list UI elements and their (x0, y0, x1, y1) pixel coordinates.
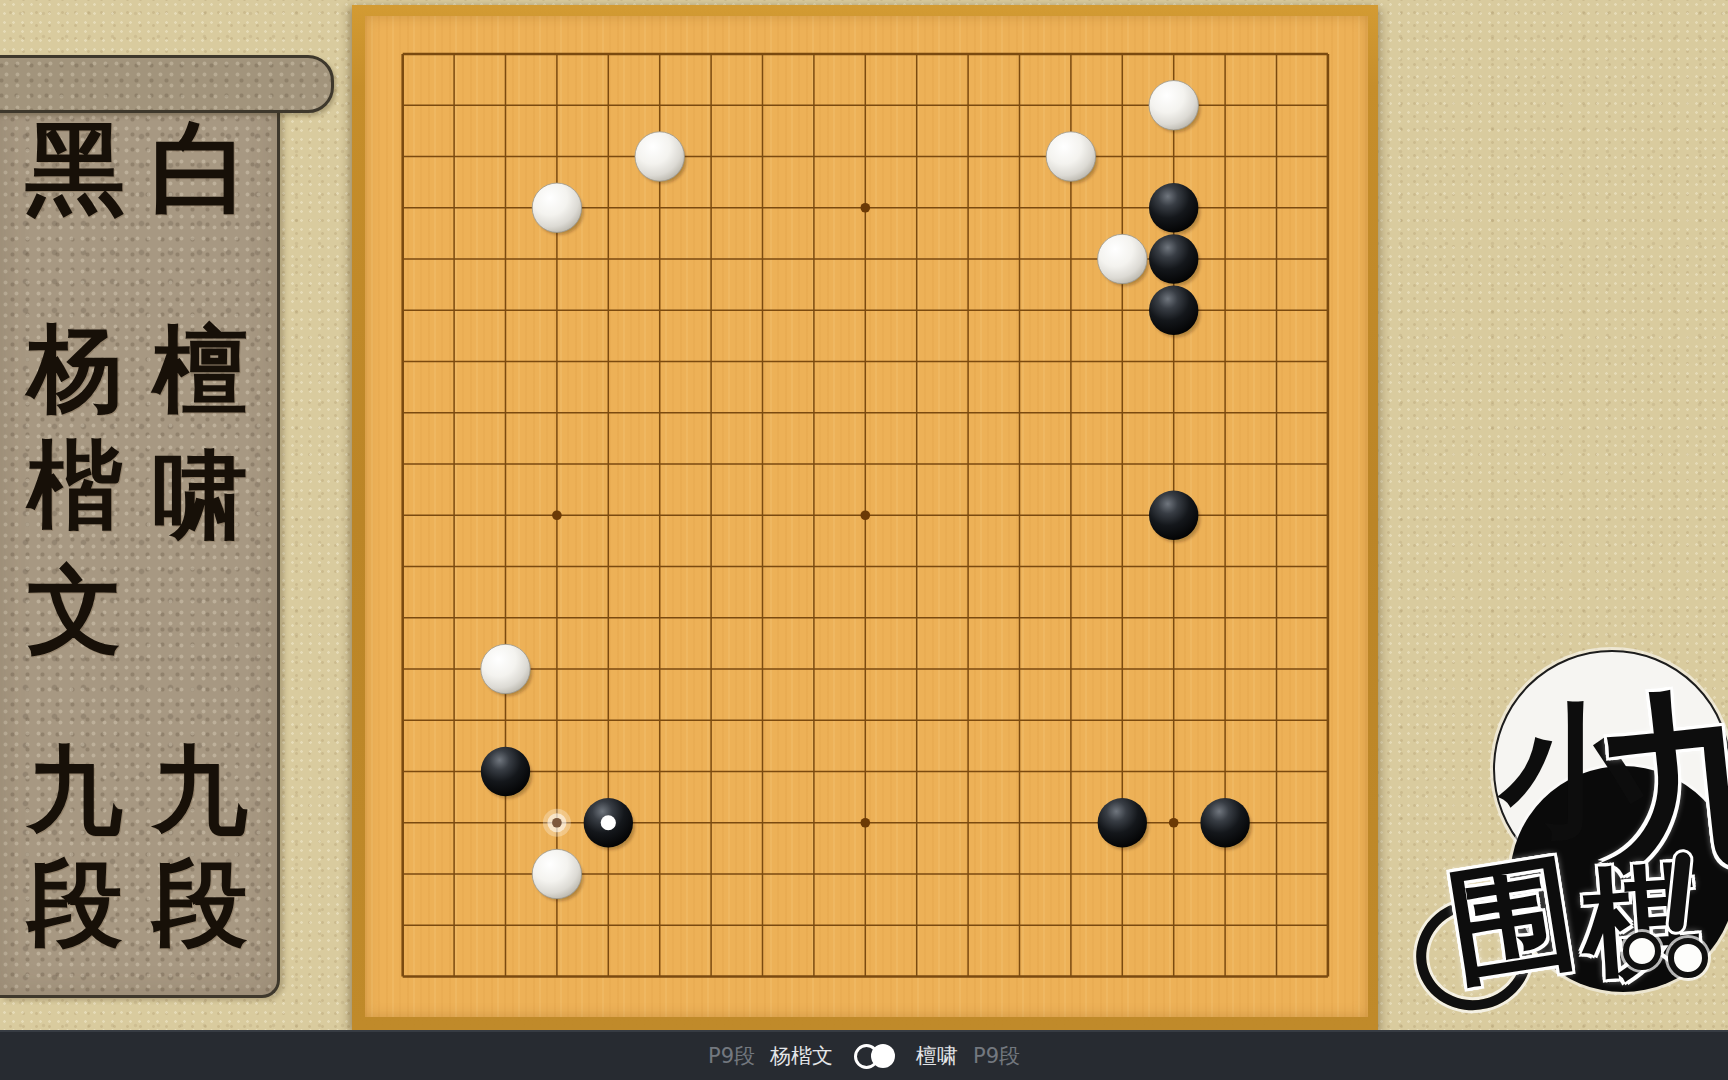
scroll-char-white-2: 啸 (140, 437, 260, 553)
scroll-char-black-0: 黑 (15, 110, 135, 226)
stone-black-C5 (481, 747, 530, 796)
scroll-char-black-4: 九 (15, 732, 135, 848)
star-point (552, 510, 562, 520)
stone-black-P4 (1098, 798, 1147, 847)
xiaojiu-weiqi-logo: 小 九 围 棋 (1380, 600, 1728, 1020)
black-player-rank: P9段 (708, 1042, 755, 1070)
white-stone-icon (871, 1044, 895, 1068)
stone-white-P15 (1098, 234, 1147, 283)
black-white-stones-icon (854, 1044, 895, 1069)
black-player-name: 杨楷文 (770, 1042, 833, 1070)
board-grid[interactable] (365, 16, 1368, 1017)
star-point (861, 203, 871, 213)
stone-white-O17 (1046, 132, 1095, 181)
stone-white-F17 (635, 132, 684, 181)
scroll-char-white-1: 檀 (140, 312, 260, 428)
xiaojiu-go-app: { "game": "Go (Weiqi), 19x19 board", "pl… (0, 0, 1728, 1080)
logo-small-stone-ring-2 (1668, 938, 1708, 978)
scroll-roll-bar (0, 55, 334, 113)
stone-white-Q18 (1149, 81, 1198, 130)
stone-white-D16 (532, 183, 581, 232)
stone-black-Q14 (1149, 286, 1198, 335)
logo-char-wei: 围 (1432, 842, 1591, 996)
stone-white-D3 (532, 849, 581, 898)
stone-black-R4 (1200, 798, 1249, 847)
logo-small-stone-ring-1 (1623, 932, 1661, 970)
white-player-rank: P9段 (973, 1042, 1020, 1070)
hover-star-dot (552, 818, 562, 828)
bottom-status-bar: P9段 杨楷文 檀啸 P9段 (0, 1030, 1728, 1080)
scroll-char-black-3: 文 (15, 552, 135, 668)
stone-black-Q15 (1149, 234, 1198, 283)
scroll-char-black-5: 段 (15, 845, 135, 961)
go-board-frame (352, 5, 1378, 1030)
go-board[interactable] (365, 16, 1368, 1017)
last-move-marker (601, 815, 616, 830)
star-point (861, 818, 871, 828)
scroll-char-black-2: 楷 (15, 427, 135, 543)
white-player-name: 檀啸 (916, 1042, 958, 1070)
scroll-paper: 黑杨楷文九段白檀啸九段 (0, 90, 280, 998)
scroll-char-black-1: 杨 (15, 310, 135, 426)
stone-white-C7 (481, 644, 530, 693)
stone-black-Q16 (1149, 183, 1198, 232)
star-point (1169, 818, 1179, 828)
stone-black-Q10 (1149, 491, 1198, 540)
star-point (861, 510, 871, 520)
scroll-char-white-4: 段 (140, 845, 260, 961)
scroll-char-white-3: 九 (140, 732, 260, 848)
scroll-char-white-0: 白 (140, 110, 260, 226)
